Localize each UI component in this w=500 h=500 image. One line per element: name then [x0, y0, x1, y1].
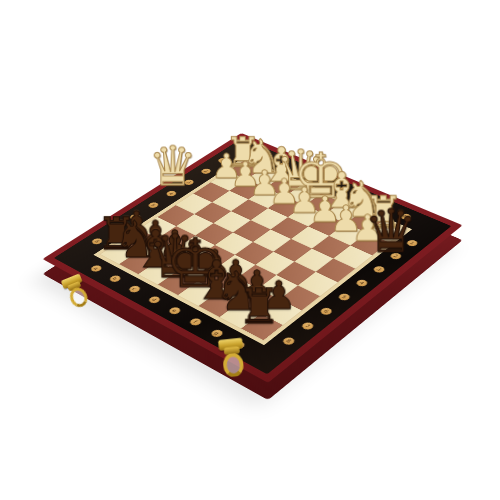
extra-black-queen[interactable]: ♛	[356, 203, 426, 260]
brass-clasp-front	[218, 338, 246, 379]
chess-board: ♜♞♝♛♚♝♞♜♟♟♟♟♟♟♟♟♟♟♟♟♟♟♟♟♜♞♝♛♚♝♞♜ aa11bb2…	[43, 133, 463, 383]
extra-white-queen[interactable]: ♛	[141, 141, 205, 193]
board-layer: ♜♞♝♛♚♝♞♜♟♟♟♟♟♟♟♟♟♟♟♟♟♟♟♟♜♞♝♛♚♝♞♜ aa11bb2…	[0, 0, 500, 500]
product-photo: ♜♞♝♛♚♝♞♜♟♟♟♟♟♟♟♟♟♟♟♟♟♟♟♟♜♞♝♛♚♝♞♜ aa11bb2…	[0, 0, 500, 500]
clasp-loop	[221, 352, 244, 378]
black-rook[interactable]: ♜	[222, 284, 296, 330]
